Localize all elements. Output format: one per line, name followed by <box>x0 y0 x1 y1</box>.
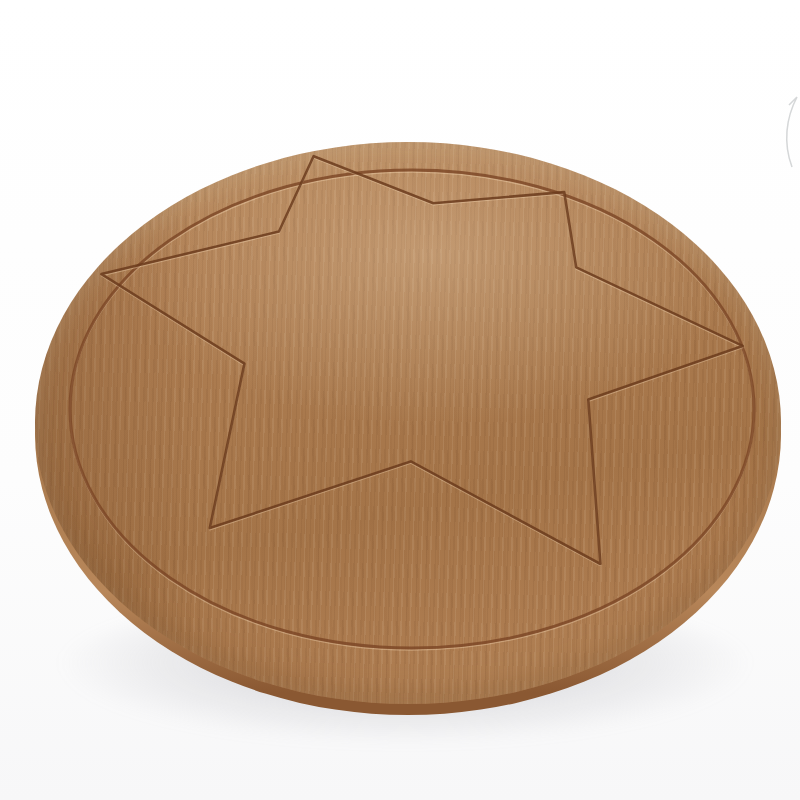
photo-artifact-arc <box>787 97 797 167</box>
star-outline-engraving <box>101 156 742 564</box>
photo-scene <box>0 0 800 800</box>
star-outline-highlight <box>101 158 742 566</box>
board-engravings <box>0 0 800 800</box>
rim-groove <box>70 170 754 648</box>
